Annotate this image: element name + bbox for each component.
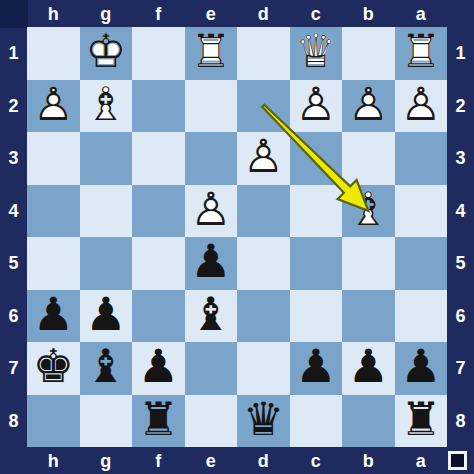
piece-white-pawn-b2[interactable]: ♟♙ (342, 80, 395, 133)
square-g2[interactable]: ♝♗ (80, 80, 133, 133)
square-f3[interactable] (132, 132, 185, 185)
square-h1[interactable] (27, 27, 80, 80)
square-h6[interactable]: ♟ (27, 290, 80, 343)
square-c3[interactable] (290, 132, 343, 185)
piece-black-pawn-g6[interactable]: ♟ (80, 290, 133, 343)
file-label-top-d: d (237, 0, 290, 27)
black-pawn-glyph: ♟ (33, 291, 74, 337)
file-label-bottom-c: c (290, 447, 343, 474)
piece-black-pawn-e5[interactable]: ♟ (185, 237, 238, 290)
file-label-bottom-d: d (237, 447, 290, 474)
file-label-bottom-h: h (27, 447, 80, 474)
black-bishop-glyph: ♝ (190, 291, 231, 337)
square-f1[interactable] (132, 27, 185, 80)
square-d3[interactable]: ♟♙ (237, 132, 290, 185)
square-b3[interactable] (342, 132, 395, 185)
square-b2[interactable]: ♟♙ (342, 80, 395, 133)
white-king-outline-glyph: ♔ (85, 28, 126, 74)
piece-white-bishop-b4[interactable]: ♝♗ (342, 185, 395, 238)
black-bishop-glyph: ♝ (85, 343, 126, 389)
square-f2[interactable] (132, 80, 185, 133)
rank-label-left-5: 5 (0, 237, 27, 290)
square-e7[interactable] (185, 342, 238, 395)
square-e1[interactable]: ♜♖ (185, 27, 238, 80)
square-c5[interactable] (290, 237, 343, 290)
square-g7[interactable]: ♝ (80, 342, 133, 395)
square-e2[interactable] (185, 80, 238, 133)
black-king-glyph: ♚ (33, 343, 74, 389)
square-f8[interactable]: ♜ (132, 395, 185, 448)
square-a5[interactable] (395, 237, 448, 290)
square-e5[interactable]: ♟ (185, 237, 238, 290)
rank-label-right-8: 8 (447, 395, 474, 448)
white-bishop-outline-glyph: ♗ (348, 186, 389, 232)
piece-white-king-g1[interactable]: ♚♔ (80, 27, 133, 80)
file-label-bottom-g: g (80, 447, 133, 474)
piece-black-pawn-h6[interactable]: ♟ (27, 290, 80, 343)
square-h4[interactable] (27, 185, 80, 238)
white-rook-outline-glyph: ♖ (190, 28, 231, 74)
black-pawn-glyph: ♟ (190, 238, 231, 284)
square-c2[interactable]: ♟♙ (290, 80, 343, 133)
square-c1[interactable]: ♛♕ (290, 27, 343, 80)
piece-white-rook-e1[interactable]: ♜♖ (185, 27, 238, 80)
square-e3[interactable] (185, 132, 238, 185)
square-g8[interactable] (80, 395, 133, 448)
white-pawn-outline-glyph: ♙ (33, 81, 74, 127)
piece-white-pawn-a2[interactable]: ♟♙ (395, 80, 448, 133)
rank-label-right-6: 6 (447, 290, 474, 343)
rank-label-left-4: 4 (0, 185, 27, 238)
file-label-top-a: a (395, 0, 448, 27)
file-label-top-e: e (185, 0, 238, 27)
square-a7[interactable]: ♟ (395, 342, 448, 395)
square-h8[interactable] (27, 395, 80, 448)
black-rook-glyph: ♜ (138, 396, 179, 442)
piece-black-queen-d8[interactable]: ♛ (237, 395, 290, 448)
square-a6[interactable] (395, 290, 448, 343)
rank-label-right-2: 2 (447, 80, 474, 133)
square-h7[interactable]: ♚ (27, 342, 80, 395)
square-b7[interactable]: ♟ (342, 342, 395, 395)
file-label-bottom-a: a (395, 447, 448, 474)
rank-label-right-3: 3 (447, 132, 474, 185)
piece-black-rook-a8[interactable]: ♜ (395, 395, 448, 448)
square-e6[interactable]: ♝ (185, 290, 238, 343)
white-pawn-outline-glyph: ♙ (400, 81, 441, 127)
piece-black-pawn-a7[interactable]: ♟ (395, 342, 448, 395)
corner-square-icon (448, 451, 467, 470)
piece-black-pawn-f7[interactable]: ♟ (132, 342, 185, 395)
square-g4[interactable] (80, 185, 133, 238)
piece-white-pawn-c2[interactable]: ♟♙ (290, 80, 343, 133)
piece-white-pawn-e4[interactable]: ♟♙ (185, 185, 238, 238)
piece-black-pawn-c7[interactable]: ♟ (290, 342, 343, 395)
square-d5[interactable] (237, 237, 290, 290)
file-label-bottom-f: f (132, 447, 185, 474)
black-pawn-glyph: ♟ (348, 343, 389, 389)
square-d4[interactable] (237, 185, 290, 238)
square-h2[interactable]: ♟♙ (27, 80, 80, 133)
file-label-bottom-e: e (185, 447, 238, 474)
square-f4[interactable] (132, 185, 185, 238)
corner-accent-square (0, 0, 28, 28)
square-b6[interactable] (342, 290, 395, 343)
square-e8[interactable] (185, 395, 238, 448)
black-pawn-glyph: ♟ (295, 343, 336, 389)
rank-label-left-2: 2 (0, 80, 27, 133)
black-pawn-glyph: ♟ (138, 343, 179, 389)
square-h5[interactable] (27, 237, 80, 290)
square-a3[interactable] (395, 132, 448, 185)
rank-label-left-7: 7 (0, 342, 27, 395)
black-queen-glyph: ♛ (243, 396, 284, 442)
square-c4[interactable] (290, 185, 343, 238)
square-g3[interactable] (80, 132, 133, 185)
white-pawn-outline-glyph: ♙ (243, 133, 284, 179)
square-a4[interactable] (395, 185, 448, 238)
square-h3[interactable] (27, 132, 80, 185)
file-label-top-h: h (27, 0, 80, 27)
piece-white-bishop-g2[interactable]: ♝♗ (80, 80, 133, 133)
square-c6[interactable] (290, 290, 343, 343)
white-rook-outline-glyph: ♖ (400, 28, 441, 74)
white-pawn-outline-glyph: ♙ (348, 81, 389, 127)
square-b4[interactable]: ♝♗ (342, 185, 395, 238)
square-f5[interactable] (132, 237, 185, 290)
piece-black-rook-f8[interactable]: ♜ (132, 395, 185, 448)
square-g5[interactable] (80, 237, 133, 290)
rank-label-left-3: 3 (0, 132, 27, 185)
square-e4[interactable]: ♟♙ (185, 185, 238, 238)
piece-white-pawn-d3[interactable]: ♟♙ (237, 132, 290, 185)
rank-label-left-1: 1 (0, 27, 27, 80)
square-d8[interactable]: ♛ (237, 395, 290, 448)
rank-label-right-4: 4 (447, 185, 474, 238)
square-d7[interactable] (237, 342, 290, 395)
square-a8[interactable]: ♜ (395, 395, 448, 448)
square-b8[interactable] (342, 395, 395, 448)
rank-label-left-6: 6 (0, 290, 27, 343)
black-pawn-glyph: ♟ (400, 343, 441, 389)
square-g6[interactable]: ♟ (80, 290, 133, 343)
square-f7[interactable]: ♟ (132, 342, 185, 395)
square-a2[interactable]: ♟♙ (395, 80, 448, 133)
file-label-top-b: b (342, 0, 395, 27)
white-queen-outline-glyph: ♕ (295, 28, 336, 74)
piece-white-queen-c1[interactable]: ♛♕ (290, 27, 343, 80)
file-label-top-f: f (132, 0, 185, 27)
piece-black-bishop-g7[interactable]: ♝ (80, 342, 133, 395)
file-label-top-c: c (290, 0, 343, 27)
white-pawn-outline-glyph: ♙ (295, 81, 336, 127)
white-pawn-outline-glyph: ♙ (190, 186, 231, 232)
rank-label-right-5: 5 (447, 237, 474, 290)
chess-board: ♚♔♜♖♛♕♜♖♟♙♝♗♟♙♟♙♟♙♟♙♟♙♝♗♟♟♟♝♚♝♟♟♟♟♜♛♜ (27, 27, 447, 447)
square-c8[interactable] (290, 395, 343, 448)
piece-white-pawn-h2[interactable]: ♟♙ (27, 80, 80, 133)
square-b5[interactable] (342, 237, 395, 290)
square-a1[interactable]: ♜♖ (395, 27, 448, 80)
rank-label-right-1: 1 (447, 27, 474, 80)
rank-label-right-7: 7 (447, 342, 474, 395)
piece-black-bishop-e6[interactable]: ♝ (185, 290, 238, 343)
piece-black-king-h7[interactable]: ♚ (27, 342, 80, 395)
chess-diagram: ♚♔♜♖♛♕♜♖♟♙♝♗♟♙♟♙♟♙♟♙♟♙♝♗♟♟♟♝♚♝♟♟♟♟♜♛♜ hh… (0, 0, 474, 474)
piece-white-rook-a1[interactable]: ♜♖ (395, 27, 448, 80)
rank-label-left-8: 8 (0, 395, 27, 448)
piece-black-pawn-b7[interactable]: ♟ (342, 342, 395, 395)
file-label-bottom-b: b (342, 447, 395, 474)
black-pawn-glyph: ♟ (85, 291, 126, 337)
square-f6[interactable] (132, 290, 185, 343)
square-b1[interactable] (342, 27, 395, 80)
square-g1[interactable]: ♚♔ (80, 27, 133, 80)
file-label-top-g: g (80, 0, 133, 27)
black-rook-glyph: ♜ (400, 396, 441, 442)
white-bishop-outline-glyph: ♗ (85, 81, 126, 127)
square-c7[interactable]: ♟ (290, 342, 343, 395)
square-d2[interactable] (237, 80, 290, 133)
square-d6[interactable] (237, 290, 290, 343)
square-d1[interactable] (237, 27, 290, 80)
